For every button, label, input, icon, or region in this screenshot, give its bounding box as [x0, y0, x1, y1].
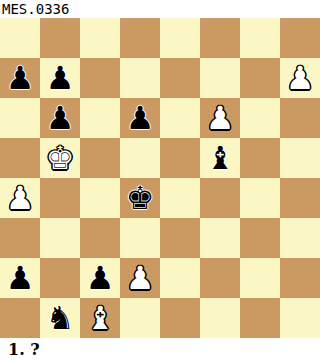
square-c7[interactable]: [80, 58, 120, 98]
square-b5[interactable]: ♚: [40, 138, 80, 178]
square-d1[interactable]: [120, 298, 160, 338]
square-c4[interactable]: [80, 178, 120, 218]
square-f5[interactable]: ♝: [200, 138, 240, 178]
square-b7[interactable]: ♟: [40, 58, 80, 98]
black-king-d4: ♚: [126, 178, 155, 218]
square-d6[interactable]: ♟: [120, 98, 160, 138]
white-pawn-h7: ♟: [286, 58, 315, 98]
square-a3[interactable]: [0, 218, 40, 258]
white-pawn-a4: ♟: [6, 178, 35, 218]
square-e1[interactable]: [160, 298, 200, 338]
square-d8[interactable]: [120, 18, 160, 58]
black-bishop-f5: ♝: [206, 138, 235, 178]
puzzle-title-bar: MES.0336: [0, 0, 320, 18]
square-b1[interactable]: ♞: [40, 298, 80, 338]
square-g3[interactable]: [240, 218, 280, 258]
square-e4[interactable]: [160, 178, 200, 218]
square-h4[interactable]: [280, 178, 320, 218]
square-b4[interactable]: [40, 178, 80, 218]
square-g4[interactable]: [240, 178, 280, 218]
black-pawn-b7: ♟: [46, 58, 75, 98]
square-c8[interactable]: [80, 18, 120, 58]
square-c6[interactable]: [80, 98, 120, 138]
move-prompt: 1. ?: [8, 340, 40, 359]
square-a4[interactable]: ♟: [0, 178, 40, 218]
move-prompt-bar: 1. ?: [0, 338, 320, 360]
square-b8[interactable]: [40, 18, 80, 58]
square-e7[interactable]: [160, 58, 200, 98]
square-a5[interactable]: [0, 138, 40, 178]
chess-puzzle-page: MES.0336 ♟♟♟♟♟♟♚♝♟♚♟♟♟♞♝ 1. ?: [0, 0, 320, 360]
square-d4[interactable]: ♚: [120, 178, 160, 218]
square-h5[interactable]: [280, 138, 320, 178]
black-knight-b1: ♞: [46, 298, 75, 338]
square-h8[interactable]: [280, 18, 320, 58]
square-c1[interactable]: ♝: [80, 298, 120, 338]
black-pawn-d6: ♟: [126, 98, 155, 138]
square-b6[interactable]: ♟: [40, 98, 80, 138]
black-pawn-b6: ♟: [46, 98, 75, 138]
square-h2[interactable]: [280, 258, 320, 298]
square-a2[interactable]: ♟: [0, 258, 40, 298]
square-g7[interactable]: [240, 58, 280, 98]
white-bishop-c1: ♝: [86, 298, 115, 338]
black-pawn-c2: ♟: [86, 258, 115, 298]
square-f3[interactable]: [200, 218, 240, 258]
square-b2[interactable]: [40, 258, 80, 298]
square-g1[interactable]: [240, 298, 280, 338]
square-f8[interactable]: [200, 18, 240, 58]
square-g6[interactable]: [240, 98, 280, 138]
square-f7[interactable]: [200, 58, 240, 98]
square-f2[interactable]: [200, 258, 240, 298]
black-pawn-a2: ♟: [6, 258, 35, 298]
square-g5[interactable]: [240, 138, 280, 178]
square-d2[interactable]: ♟: [120, 258, 160, 298]
square-c3[interactable]: [80, 218, 120, 258]
square-f4[interactable]: [200, 178, 240, 218]
square-e8[interactable]: [160, 18, 200, 58]
square-b3[interactable]: [40, 218, 80, 258]
white-pawn-f6: ♟: [206, 98, 235, 138]
square-h6[interactable]: [280, 98, 320, 138]
square-h7[interactable]: ♟: [280, 58, 320, 98]
square-e2[interactable]: [160, 258, 200, 298]
square-f6[interactable]: ♟: [200, 98, 240, 138]
square-e6[interactable]: [160, 98, 200, 138]
puzzle-id: MES.0336: [2, 0, 69, 18]
square-a6[interactable]: [0, 98, 40, 138]
square-d7[interactable]: [120, 58, 160, 98]
square-f1[interactable]: [200, 298, 240, 338]
black-pawn-a7: ♟: [6, 58, 35, 98]
square-a1[interactable]: [0, 298, 40, 338]
square-d3[interactable]: [120, 218, 160, 258]
square-c2[interactable]: ♟: [80, 258, 120, 298]
square-e5[interactable]: [160, 138, 200, 178]
square-g8[interactable]: [240, 18, 280, 58]
chess-board: ♟♟♟♟♟♟♚♝♟♚♟♟♟♞♝: [0, 18, 320, 338]
white-king-b5: ♚: [46, 138, 75, 178]
square-a8[interactable]: [0, 18, 40, 58]
square-a7[interactable]: ♟: [0, 58, 40, 98]
square-e3[interactable]: [160, 218, 200, 258]
white-pawn-d2: ♟: [126, 258, 155, 298]
square-c5[interactable]: [80, 138, 120, 178]
square-h1[interactable]: [280, 298, 320, 338]
square-g2[interactable]: [240, 258, 280, 298]
square-d5[interactable]: [120, 138, 160, 178]
square-h3[interactable]: [280, 218, 320, 258]
